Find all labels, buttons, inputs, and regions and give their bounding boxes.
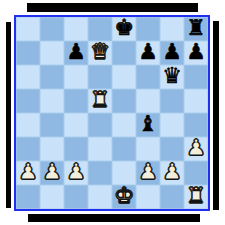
square-g1[interactable] — [160, 185, 184, 209]
chess-board: ♚♜♟♛♟♟♟♛♜♝♟♟♟♟♟♟♚♜ — [16, 17, 208, 209]
square-e3[interactable] — [112, 137, 136, 161]
square-b6[interactable] — [40, 65, 64, 89]
white-rook-h1[interactable]: ♜ — [186, 184, 206, 208]
white-pawn-c2[interactable]: ♟ — [66, 160, 86, 184]
square-d8[interactable] — [88, 17, 112, 41]
square-c4[interactable] — [64, 113, 88, 137]
square-d7[interactable]: ♛ — [88, 41, 112, 65]
square-h7[interactable]: ♟ — [184, 41, 208, 65]
board-shadow-top — [27, 3, 198, 12]
square-b2[interactable]: ♟ — [40, 161, 64, 185]
square-a8[interactable] — [16, 17, 40, 41]
square-c5[interactable] — [64, 89, 88, 113]
square-h1[interactable]: ♜ — [184, 185, 208, 209]
square-b3[interactable] — [40, 137, 64, 161]
black-pawn-h7[interactable]: ♟ — [186, 40, 206, 64]
square-d3[interactable] — [88, 137, 112, 161]
square-c1[interactable] — [64, 185, 88, 209]
board-shadow-bottom — [28, 214, 200, 222]
square-c3[interactable] — [64, 137, 88, 161]
square-g4[interactable] — [160, 113, 184, 137]
white-queen-d7[interactable]: ♛ — [90, 40, 110, 64]
square-e1[interactable]: ♚ — [112, 185, 136, 209]
square-e7[interactable] — [112, 41, 136, 65]
square-g2[interactable]: ♟ — [160, 161, 184, 185]
square-a5[interactable] — [16, 89, 40, 113]
square-a3[interactable] — [16, 137, 40, 161]
square-h5[interactable] — [184, 89, 208, 113]
board-shadow-left — [6, 22, 11, 208]
square-g8[interactable] — [160, 17, 184, 41]
board-frame: ♚♜♟♛♟♟♟♛♜♝♟♟♟♟♟♟♚♜ — [14, 15, 210, 211]
square-g6[interactable]: ♛ — [160, 65, 184, 89]
square-f6[interactable] — [136, 65, 160, 89]
white-king-e1[interactable]: ♚ — [114, 184, 134, 208]
square-g3[interactable] — [160, 137, 184, 161]
black-king-e8[interactable]: ♚ — [114, 16, 134, 40]
square-f4[interactable]: ♝ — [136, 113, 160, 137]
square-c7[interactable]: ♟ — [64, 41, 88, 65]
square-f2[interactable]: ♟ — [136, 161, 160, 185]
white-pawn-b2[interactable]: ♟ — [42, 160, 62, 184]
white-pawn-a2[interactable]: ♟ — [18, 160, 38, 184]
square-e4[interactable] — [112, 113, 136, 137]
square-b8[interactable] — [40, 17, 64, 41]
black-pawn-c7[interactable]: ♟ — [66, 40, 86, 64]
square-e6[interactable] — [112, 65, 136, 89]
square-g5[interactable] — [160, 89, 184, 113]
square-c8[interactable] — [64, 17, 88, 41]
square-a4[interactable] — [16, 113, 40, 137]
square-h3[interactable]: ♟ — [184, 137, 208, 161]
white-rook-d5[interactable]: ♜ — [90, 88, 110, 112]
white-pawn-h3[interactable]: ♟ — [186, 136, 206, 160]
square-h4[interactable] — [184, 113, 208, 137]
square-f3[interactable] — [136, 137, 160, 161]
square-d4[interactable] — [88, 113, 112, 137]
square-e5[interactable] — [112, 89, 136, 113]
square-h6[interactable] — [184, 65, 208, 89]
square-a2[interactable]: ♟ — [16, 161, 40, 185]
chess-diagram: ♚♜♟♛♟♟♟♛♜♝♟♟♟♟♟♟♚♜ — [0, 0, 225, 225]
square-c6[interactable] — [64, 65, 88, 89]
black-bishop-f4[interactable]: ♝ — [138, 112, 158, 136]
square-a6[interactable] — [16, 65, 40, 89]
square-c2[interactable]: ♟ — [64, 161, 88, 185]
square-h2[interactable] — [184, 161, 208, 185]
square-b7[interactable] — [40, 41, 64, 65]
square-e8[interactable]: ♚ — [112, 17, 136, 41]
white-pawn-g2[interactable]: ♟ — [162, 160, 182, 184]
square-g7[interactable]: ♟ — [160, 41, 184, 65]
square-a1[interactable] — [16, 185, 40, 209]
black-rook-h8[interactable]: ♜ — [186, 16, 206, 40]
square-b1[interactable] — [40, 185, 64, 209]
square-f7[interactable]: ♟ — [136, 41, 160, 65]
square-b4[interactable] — [40, 113, 64, 137]
square-h8[interactable]: ♜ — [184, 17, 208, 41]
square-d2[interactable] — [88, 161, 112, 185]
square-d1[interactable] — [88, 185, 112, 209]
black-queen-g6[interactable]: ♛ — [162, 64, 182, 88]
square-f5[interactable] — [136, 89, 160, 113]
black-pawn-f7[interactable]: ♟ — [138, 40, 158, 64]
board-shadow-right — [213, 21, 219, 210]
square-d6[interactable] — [88, 65, 112, 89]
black-pawn-g7[interactable]: ♟ — [162, 40, 182, 64]
square-b5[interactable] — [40, 89, 64, 113]
square-d5[interactable]: ♜ — [88, 89, 112, 113]
square-e2[interactable] — [112, 161, 136, 185]
square-f1[interactable] — [136, 185, 160, 209]
square-a7[interactable] — [16, 41, 40, 65]
square-f8[interactable] — [136, 17, 160, 41]
white-pawn-f2[interactable]: ♟ — [138, 160, 158, 184]
